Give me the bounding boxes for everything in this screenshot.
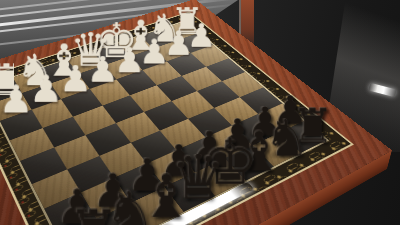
black-rook-a8[interactable]: ♜ bbox=[66, 208, 120, 225]
square-a8: ♜ bbox=[58, 219, 112, 225]
white-pawn-c2[interactable]: ♟ bbox=[59, 64, 92, 93]
white-pawn-a2[interactable]: ♟ bbox=[0, 84, 33, 115]
board-squares: ♜♞♝♛♚♝♞♜♟♟♟♟♟♟♟♟♟♟♟♟♟♟♟♟♜♞♝♛♚♝♞♜ bbox=[0, 20, 329, 225]
board-perspective-scene: ♜♞♝♛♚♝♞♜♟♟♟♟♟♟♟♟♟♟♟♟♟♟♟♟♜♞♝♛♚♝♞♜ bbox=[0, 0, 400, 225]
scene: ♜♞♝♛♚♝♞♜♟♟♟♟♟♟♟♟♟♟♟♟♟♟♟♟♜♞♝♛♚♝♞♜ bbox=[0, 0, 400, 225]
decorative-border: ♜♞♝♛♚♝♞♜♟♟♟♟♟♟♟♟♟♟♟♟♟♟♟♟♜♞♝♛♚♝♞♜ bbox=[0, 12, 354, 225]
square-h5 bbox=[222, 72, 263, 97]
chess-board: ♜♞♝♛♚♝♞♜♟♟♟♟♟♟♟♟♟♟♟♟♟♟♟♟♜♞♝♛♚♝♞♜ bbox=[0, 0, 392, 225]
white-pawn-b2[interactable]: ♟ bbox=[29, 74, 62, 104]
